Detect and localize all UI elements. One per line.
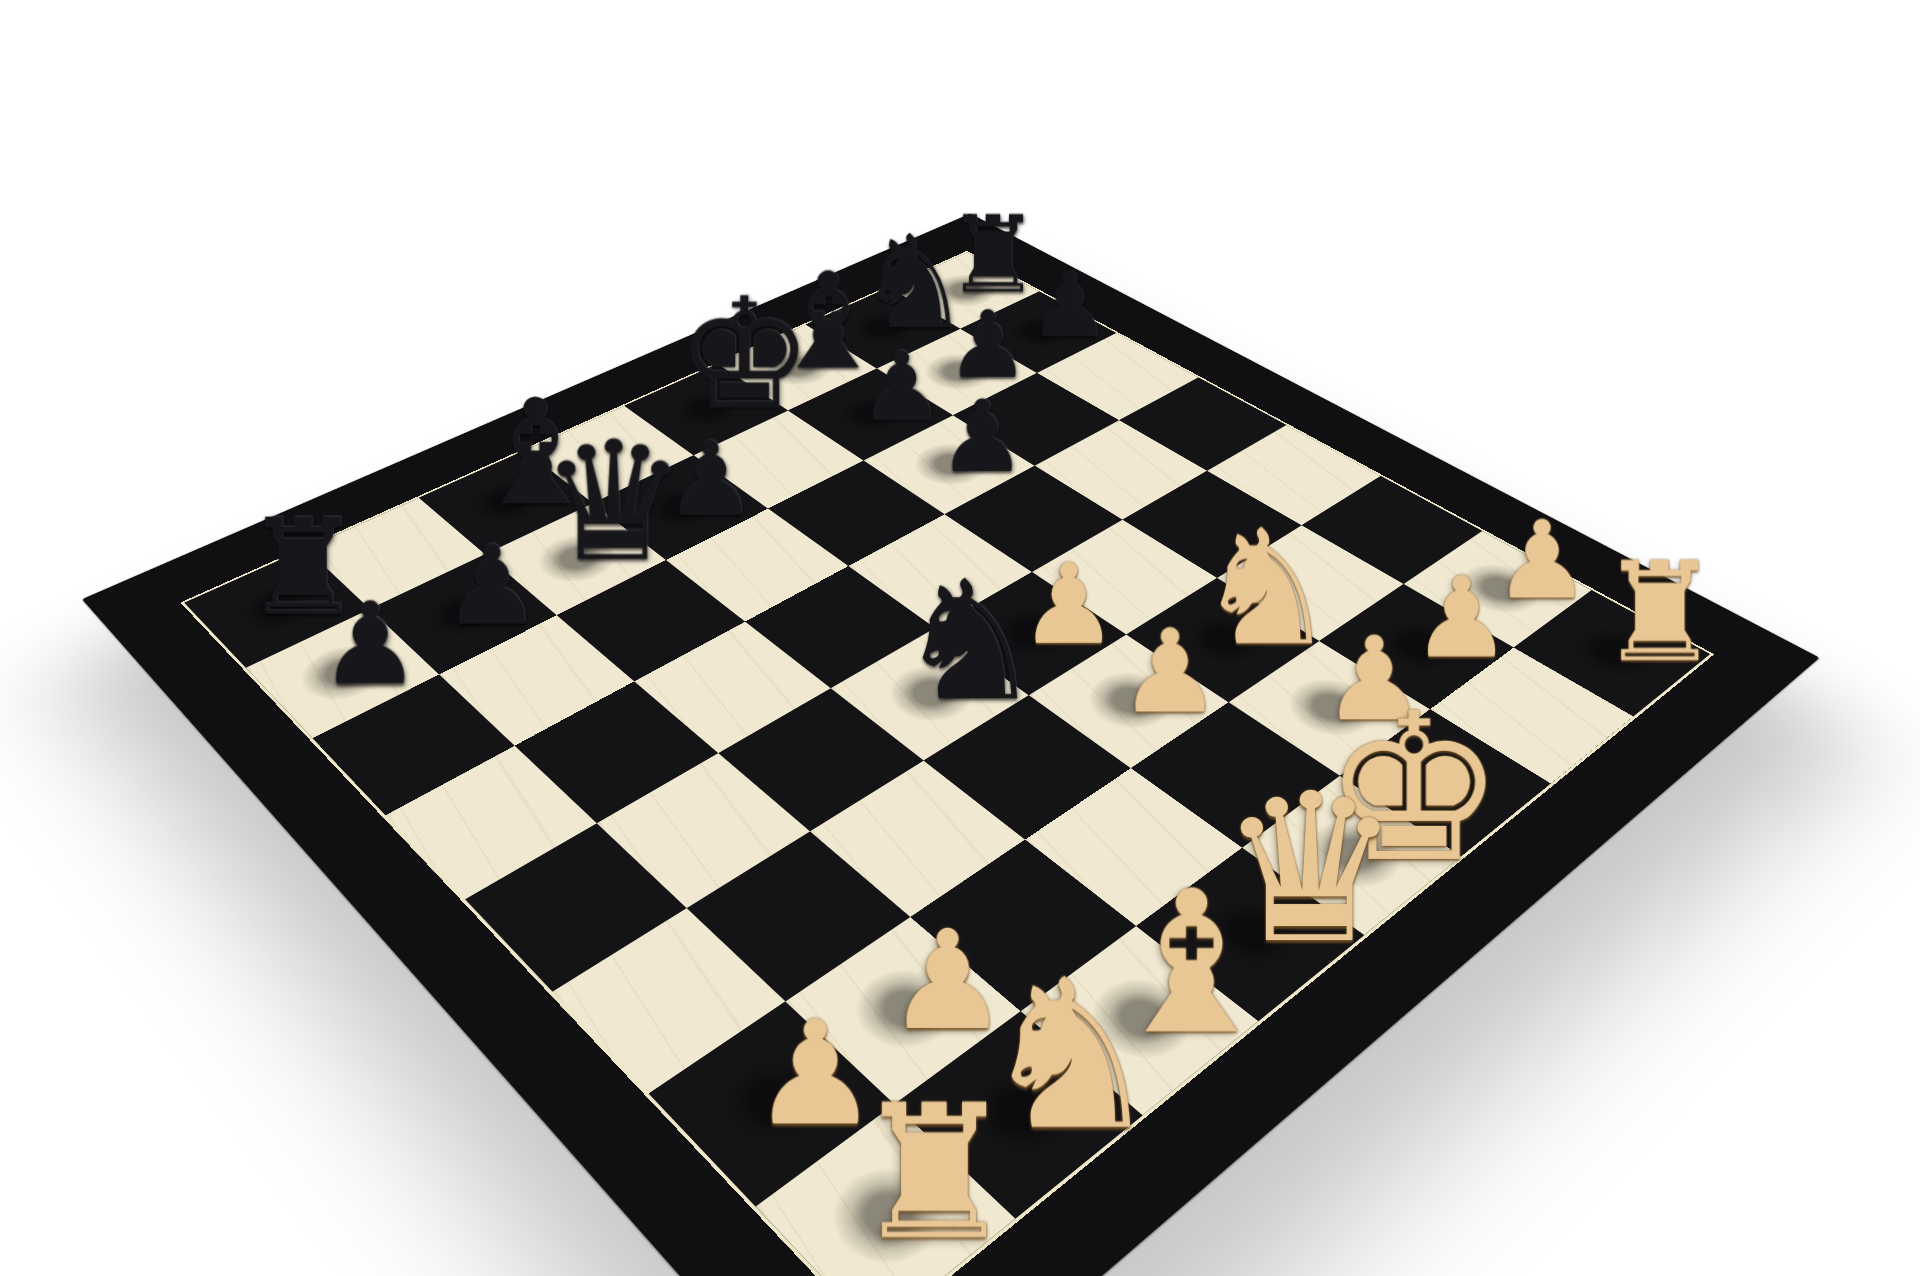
piece-black-pawn-b7[interactable]: ♟ [424, 534, 560, 638]
chess-board: ♜♝♚♝♞♜♟♟♛♟♟♟♟♟♞♟♟♞♟♟♟♟♟♜♞♝♛♚♜ [82, 214, 1819, 1276]
playing-area: ♜♝♚♝♞♜♟♟♛♟♟♟♟♟♞♟♟♞♟♟♟♟♟♜♞♝♛♚♜ [180, 251, 1714, 1276]
piece-black-pawn-f6[interactable]: ♟ [921, 390, 1044, 484]
piece-white-rook-h1[interactable]: ♜ [1590, 547, 1729, 677]
piece-white-pawn-e3[interactable]: ♟ [1098, 617, 1241, 727]
piece-black-pawn-a7[interactable]: ♟ [300, 591, 441, 699]
product-photo-page: { "game": "chess", "scene": "overhead an… [0, 0, 1920, 1276]
chessboard-scene: ♜♝♚♝♞♜♟♟♛♟♟♟♟♟♞♟♟♞♟♟♟♟♟♜♞♝♛♚♜ [0, 0, 1920, 1276]
piece-black-knight-d4[interactable]: ♞ [896, 563, 1039, 720]
piece-black-king-e8[interactable]: ♚ [675, 281, 793, 427]
piece-white-rook-a1[interactable]: ♜ [840, 1085, 1028, 1261]
